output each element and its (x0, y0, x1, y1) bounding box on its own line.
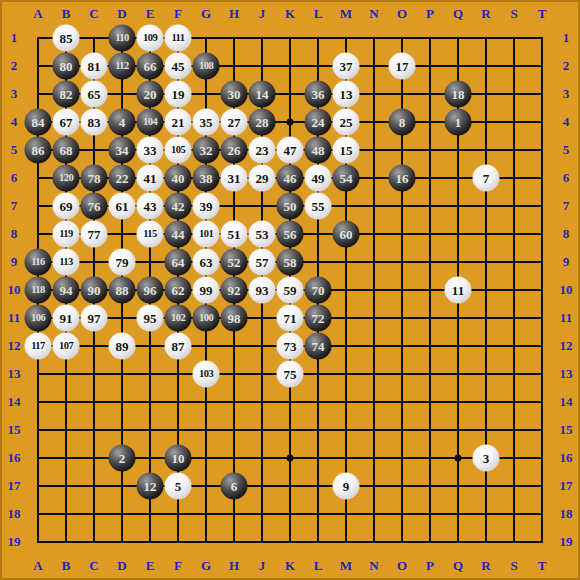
black-stone-g2[interactable]: 108 (193, 53, 220, 80)
move-number: 36 (312, 88, 325, 101)
move-number: 73 (284, 340, 297, 353)
move-number: 70 (312, 284, 325, 297)
move-number: 109 (143, 33, 157, 44)
column-label-top-o: O (397, 6, 407, 22)
move-number: 55 (312, 200, 325, 213)
white-stone-k10[interactable]: 59 (277, 277, 304, 304)
column-label-top-d: D (117, 6, 126, 22)
white-stone-k5[interactable]: 47 (277, 137, 304, 164)
black-stone-f9[interactable]: 64 (165, 249, 192, 276)
column-label-bottom-k: K (285, 558, 295, 574)
column-label-bottom-l: L (314, 558, 323, 574)
move-number: 29 (256, 172, 269, 185)
move-number: 38 (200, 172, 213, 185)
white-stone-l7[interactable]: 55 (305, 193, 332, 220)
move-number: 30 (228, 88, 241, 101)
move-number: 17 (396, 60, 409, 73)
row-label-left-5: 5 (11, 142, 18, 158)
row-label-left-8: 8 (11, 226, 18, 242)
white-stone-m5[interactable]: 15 (333, 137, 360, 164)
move-number: 31 (228, 172, 241, 185)
white-stone-q10[interactable]: 11 (445, 277, 472, 304)
column-label-top-r: R (481, 6, 490, 22)
grid-line-horizontal (37, 401, 543, 403)
move-number: 119 (59, 229, 73, 240)
white-stone-f3[interactable]: 19 (165, 81, 192, 108)
white-stone-r16[interactable]: 3 (473, 445, 500, 472)
white-stone-e5[interactable]: 33 (137, 137, 164, 164)
move-number: 81 (88, 60, 101, 73)
move-number: 99 (200, 284, 213, 297)
white-stone-c8[interactable]: 77 (81, 221, 108, 248)
move-number: 62 (172, 284, 185, 297)
white-stone-m17[interactable]: 9 (333, 473, 360, 500)
move-number: 11 (452, 284, 464, 297)
white-stone-j9[interactable]: 57 (249, 249, 276, 276)
black-stone-g11[interactable]: 100 (193, 305, 220, 332)
row-label-right-5: 5 (563, 142, 570, 158)
white-stone-e11[interactable]: 95 (137, 305, 164, 332)
row-label-right-4: 4 (563, 114, 570, 130)
black-stone-h11[interactable]: 98 (221, 305, 248, 332)
move-number: 3 (483, 452, 490, 465)
move-number: 98 (228, 312, 241, 325)
grid-line-vertical (373, 37, 375, 543)
black-stone-b3[interactable]: 82 (53, 81, 80, 108)
black-stone-l12[interactable]: 74 (305, 333, 332, 360)
white-stone-c3[interactable]: 65 (81, 81, 108, 108)
black-stone-e10[interactable]: 96 (137, 277, 164, 304)
grid-line-horizontal (37, 541, 543, 543)
move-number: 95 (144, 312, 157, 325)
move-number: 112 (115, 61, 129, 72)
column-label-top-m: M (340, 6, 352, 22)
white-stone-h4[interactable]: 27 (221, 109, 248, 136)
black-stone-k7[interactable]: 50 (277, 193, 304, 220)
row-label-left-13: 13 (8, 366, 21, 382)
move-number: 76 (88, 200, 101, 213)
column-label-top-h: H (229, 6, 239, 22)
column-label-bottom-m: M (340, 558, 352, 574)
white-stone-g7[interactable]: 39 (193, 193, 220, 220)
move-number: 66 (144, 60, 157, 73)
grid-line-horizontal (37, 429, 543, 431)
black-stone-d6[interactable]: 22 (109, 165, 136, 192)
black-stone-j3[interactable]: 14 (249, 81, 276, 108)
move-number: 46 (284, 172, 297, 185)
black-stone-h9[interactable]: 52 (221, 249, 248, 276)
black-stone-c7[interactable]: 76 (81, 193, 108, 220)
white-stone-f2[interactable]: 45 (165, 53, 192, 80)
white-stone-m3[interactable]: 13 (333, 81, 360, 108)
black-stone-l11[interactable]: 72 (305, 305, 332, 332)
grid-line-vertical (513, 37, 515, 543)
black-stone-o4[interactable]: 8 (389, 109, 416, 136)
move-number: 1 (455, 116, 462, 129)
move-number: 65 (88, 88, 101, 101)
move-number: 103 (199, 369, 213, 380)
move-number: 89 (116, 340, 129, 353)
move-number: 24 (312, 116, 325, 129)
column-label-top-p: P (426, 6, 434, 22)
black-stone-o6[interactable]: 16 (389, 165, 416, 192)
move-number: 45 (172, 60, 185, 73)
row-label-right-1: 1 (563, 30, 570, 46)
white-stone-f17[interactable]: 5 (165, 473, 192, 500)
move-number: 51 (228, 228, 241, 241)
move-number: 25 (340, 116, 353, 129)
black-stone-e4[interactable]: 104 (137, 109, 164, 136)
column-label-bottom-t: T (538, 558, 547, 574)
move-number: 108 (199, 61, 213, 72)
move-number: 59 (284, 284, 297, 297)
move-number: 47 (284, 144, 297, 157)
star-point-k4 (287, 119, 294, 126)
white-stone-k11[interactable]: 71 (277, 305, 304, 332)
black-stone-q4[interactable]: 1 (445, 109, 472, 136)
row-label-left-3: 3 (11, 86, 18, 102)
black-stone-b10[interactable]: 94 (53, 277, 80, 304)
row-label-right-13: 13 (560, 366, 573, 382)
white-stone-k13[interactable]: 75 (277, 361, 304, 388)
move-number: 7 (483, 172, 490, 185)
move-number: 28 (256, 116, 269, 129)
white-stone-b9[interactable]: 113 (53, 249, 80, 276)
column-label-bottom-q: Q (453, 558, 463, 574)
black-stone-a9[interactable]: 116 (25, 249, 52, 276)
white-stone-m2[interactable]: 37 (333, 53, 360, 80)
row-label-left-1: 1 (11, 30, 18, 46)
move-number: 72 (312, 312, 325, 325)
white-stone-f5[interactable]: 105 (165, 137, 192, 164)
white-stone-c4[interactable]: 83 (81, 109, 108, 136)
black-stone-m8[interactable]: 60 (333, 221, 360, 248)
move-number: 96 (144, 284, 157, 297)
move-number: 2 (119, 452, 126, 465)
row-label-right-10: 10 (560, 282, 573, 298)
white-stone-j8[interactable]: 53 (249, 221, 276, 248)
move-number: 58 (284, 256, 297, 269)
row-label-left-16: 16 (8, 450, 21, 466)
move-number: 111 (171, 33, 184, 44)
white-stone-h6[interactable]: 31 (221, 165, 248, 192)
move-number: 82 (60, 88, 73, 101)
move-number: 27 (228, 116, 241, 129)
black-stone-h10[interactable]: 92 (221, 277, 248, 304)
black-stone-g6[interactable]: 38 (193, 165, 220, 192)
column-label-top-n: N (369, 6, 378, 22)
white-stone-g10[interactable]: 99 (193, 277, 220, 304)
move-number: 85 (60, 32, 73, 45)
white-stone-b11[interactable]: 91 (53, 305, 80, 332)
move-number: 78 (88, 172, 101, 185)
white-stone-f4[interactable]: 21 (165, 109, 192, 136)
row-label-right-6: 6 (563, 170, 570, 186)
black-stone-c6[interactable]: 78 (81, 165, 108, 192)
row-label-right-3: 3 (563, 86, 570, 102)
row-label-right-2: 2 (563, 58, 570, 74)
column-label-bottom-h: H (229, 558, 239, 574)
move-number: 9 (343, 480, 350, 493)
black-stone-k9[interactable]: 58 (277, 249, 304, 276)
black-stone-e17[interactable]: 12 (137, 473, 164, 500)
move-number: 93 (256, 284, 269, 297)
black-stone-l4[interactable]: 24 (305, 109, 332, 136)
column-label-bottom-b: B (62, 558, 71, 574)
row-label-left-11: 11 (8, 310, 20, 326)
column-label-bottom-g: G (201, 558, 211, 574)
move-number: 32 (200, 144, 213, 157)
move-number: 86 (32, 144, 45, 157)
black-stone-l10[interactable]: 70 (305, 277, 332, 304)
white-stone-f12[interactable]: 87 (165, 333, 192, 360)
black-stone-f10[interactable]: 62 (165, 277, 192, 304)
move-number: 120 (59, 173, 73, 184)
column-label-bottom-o: O (397, 558, 407, 574)
move-number: 75 (284, 368, 297, 381)
white-stone-g8[interactable]: 101 (193, 221, 220, 248)
white-stone-k12[interactable]: 73 (277, 333, 304, 360)
black-stone-a4[interactable]: 84 (25, 109, 52, 136)
black-stone-g5[interactable]: 32 (193, 137, 220, 164)
move-number: 26 (228, 144, 241, 157)
move-number: 40 (172, 172, 185, 185)
move-number: 60 (340, 228, 353, 241)
column-label-top-f: F (174, 6, 182, 22)
move-number: 87 (172, 340, 185, 353)
white-stone-c11[interactable]: 97 (81, 305, 108, 332)
move-number: 74 (312, 340, 325, 353)
black-stone-l3[interactable]: 36 (305, 81, 332, 108)
move-number: 101 (199, 229, 213, 240)
grid-line-vertical (541, 37, 543, 543)
black-stone-d16[interactable]: 2 (109, 445, 136, 472)
move-number: 8 (399, 116, 406, 129)
white-stone-b4[interactable]: 67 (53, 109, 80, 136)
move-number: 21 (172, 116, 185, 129)
move-number: 88 (116, 284, 129, 297)
black-stone-d10[interactable]: 88 (109, 277, 136, 304)
move-number: 64 (172, 256, 185, 269)
move-number: 71 (284, 312, 297, 325)
move-number: 56 (284, 228, 297, 241)
white-stone-e6[interactable]: 41 (137, 165, 164, 192)
row-label-left-12: 12 (8, 338, 21, 354)
row-label-right-7: 7 (563, 198, 570, 214)
white-stone-a12[interactable]: 117 (25, 333, 52, 360)
black-stone-e3[interactable]: 20 (137, 81, 164, 108)
black-stone-k6[interactable]: 46 (277, 165, 304, 192)
row-label-right-9: 9 (563, 254, 570, 270)
row-label-left-18: 18 (8, 506, 21, 522)
black-stone-a11[interactable]: 106 (25, 305, 52, 332)
grid-line-horizontal (37, 513, 543, 515)
column-label-bottom-j: J (259, 558, 266, 574)
column-label-top-b: B (62, 6, 71, 22)
black-stone-j4[interactable]: 28 (249, 109, 276, 136)
black-stone-h3[interactable]: 30 (221, 81, 248, 108)
row-label-left-6: 6 (11, 170, 18, 186)
go-board: AABBCCDDEEFFGGHHJJKKLLMMNNOOPPQQRRSSTT11… (0, 0, 580, 580)
white-stone-f1[interactable]: 111 (165, 25, 192, 52)
white-stone-c2[interactable]: 81 (81, 53, 108, 80)
move-number: 69 (60, 200, 73, 213)
white-stone-j6[interactable]: 29 (249, 165, 276, 192)
column-label-bottom-c: C (89, 558, 98, 574)
move-number: 15 (340, 144, 353, 157)
black-stone-k8[interactable]: 56 (277, 221, 304, 248)
grid-line-horizontal (37, 485, 543, 487)
white-stone-e1[interactable]: 109 (137, 25, 164, 52)
move-number: 61 (116, 200, 129, 213)
row-label-right-15: 15 (560, 422, 573, 438)
white-stone-d12[interactable]: 89 (109, 333, 136, 360)
star-point-q16 (455, 455, 462, 462)
black-stone-f16[interactable]: 10 (165, 445, 192, 472)
white-stone-g9[interactable]: 63 (193, 249, 220, 276)
black-stone-l5[interactable]: 48 (305, 137, 332, 164)
black-stone-m6[interactable]: 54 (333, 165, 360, 192)
black-stone-f7[interactable]: 42 (165, 193, 192, 220)
white-stone-g4[interactable]: 35 (193, 109, 220, 136)
move-number: 84 (32, 116, 45, 129)
move-number: 6 (231, 480, 238, 493)
move-number: 10 (172, 452, 185, 465)
black-stone-a10[interactable]: 118 (25, 277, 52, 304)
white-stone-l6[interactable]: 49 (305, 165, 332, 192)
move-number: 35 (200, 116, 213, 129)
column-label-bottom-d: D (117, 558, 126, 574)
move-number: 14 (256, 88, 269, 101)
black-stone-h17[interactable]: 6 (221, 473, 248, 500)
move-number: 42 (172, 200, 185, 213)
move-number: 100 (199, 313, 213, 324)
move-number: 97 (88, 312, 101, 325)
black-stone-d4[interactable]: 4 (109, 109, 136, 136)
move-number: 110 (115, 33, 129, 44)
move-number: 39 (200, 200, 213, 213)
move-number: 49 (312, 172, 325, 185)
white-stone-e8[interactable]: 115 (137, 221, 164, 248)
row-label-right-8: 8 (563, 226, 570, 242)
column-label-top-l: L (314, 6, 323, 22)
black-stone-e2[interactable]: 66 (137, 53, 164, 80)
row-label-right-12: 12 (560, 338, 573, 354)
move-number: 53 (256, 228, 269, 241)
white-stone-d9[interactable]: 79 (109, 249, 136, 276)
move-number: 80 (60, 60, 73, 73)
white-stone-r6[interactable]: 7 (473, 165, 500, 192)
black-stone-d5[interactable]: 34 (109, 137, 136, 164)
black-stone-f8[interactable]: 44 (165, 221, 192, 248)
black-stone-d2[interactable]: 112 (109, 53, 136, 80)
black-stone-d1[interactable]: 110 (109, 25, 136, 52)
star-point-k16 (287, 455, 294, 462)
move-number: 23 (256, 144, 269, 157)
column-label-top-k: K (285, 6, 295, 22)
move-number: 79 (116, 256, 129, 269)
column-label-top-e: E (146, 6, 155, 22)
move-number: 12 (144, 480, 157, 493)
move-number: 113 (59, 257, 73, 268)
white-stone-b7[interactable]: 69 (53, 193, 80, 220)
white-stone-b12[interactable]: 107 (53, 333, 80, 360)
move-number: 104 (143, 117, 157, 128)
black-stone-a5[interactable]: 86 (25, 137, 52, 164)
white-stone-o2[interactable]: 17 (389, 53, 416, 80)
move-number: 92 (228, 284, 241, 297)
move-number: 105 (171, 145, 185, 156)
black-stone-f11[interactable]: 102 (165, 305, 192, 332)
white-stone-d7[interactable]: 61 (109, 193, 136, 220)
black-stone-b5[interactable]: 68 (53, 137, 80, 164)
move-number: 68 (60, 144, 73, 157)
move-number: 52 (228, 256, 241, 269)
move-number: 91 (60, 312, 73, 325)
move-number: 116 (31, 257, 45, 268)
move-number: 48 (312, 144, 325, 157)
move-number: 118 (31, 285, 45, 296)
grid-line-vertical (429, 37, 431, 543)
black-stone-c10[interactable]: 90 (81, 277, 108, 304)
row-label-right-14: 14 (560, 394, 573, 410)
move-number: 115 (143, 229, 157, 240)
move-number: 57 (256, 256, 269, 269)
white-stone-j5[interactable]: 23 (249, 137, 276, 164)
move-number: 5 (175, 480, 182, 493)
move-number: 16 (396, 172, 409, 185)
white-stone-m4[interactable]: 25 (333, 109, 360, 136)
white-stone-h8[interactable]: 51 (221, 221, 248, 248)
row-label-left-14: 14 (8, 394, 21, 410)
column-label-bottom-n: N (369, 558, 378, 574)
white-stone-b1[interactable]: 85 (53, 25, 80, 52)
row-label-right-11: 11 (560, 310, 572, 326)
move-number: 18 (452, 88, 465, 101)
move-number: 107 (59, 341, 73, 352)
column-label-bottom-a: A (33, 558, 42, 574)
move-number: 94 (60, 284, 73, 297)
move-number: 77 (88, 228, 101, 241)
white-stone-j10[interactable]: 93 (249, 277, 276, 304)
move-number: 43 (144, 200, 157, 213)
row-label-left-10: 10 (8, 282, 21, 298)
row-label-left-2: 2 (11, 58, 18, 74)
white-stone-g13[interactable]: 103 (193, 361, 220, 388)
row-label-left-7: 7 (11, 198, 18, 214)
column-label-bottom-f: F (174, 558, 182, 574)
column-label-top-q: Q (453, 6, 463, 22)
black-stone-f6[interactable]: 40 (165, 165, 192, 192)
black-stone-q3[interactable]: 18 (445, 81, 472, 108)
column-label-top-c: C (89, 6, 98, 22)
move-number: 33 (144, 144, 157, 157)
white-stone-e7[interactable]: 43 (137, 193, 164, 220)
black-stone-b2[interactable]: 80 (53, 53, 80, 80)
move-number: 4 (119, 116, 126, 129)
move-number: 34 (116, 144, 129, 157)
column-label-top-g: G (201, 6, 211, 22)
move-number: 19 (172, 88, 185, 101)
column-label-bottom-e: E (146, 558, 155, 574)
black-stone-h5[interactable]: 26 (221, 137, 248, 164)
move-number: 13 (340, 88, 353, 101)
white-stone-b8[interactable]: 119 (53, 221, 80, 248)
column-label-bottom-p: P (426, 558, 434, 574)
black-stone-b6[interactable]: 120 (53, 165, 80, 192)
move-number: 41 (144, 172, 157, 185)
row-label-left-9: 9 (11, 254, 18, 270)
